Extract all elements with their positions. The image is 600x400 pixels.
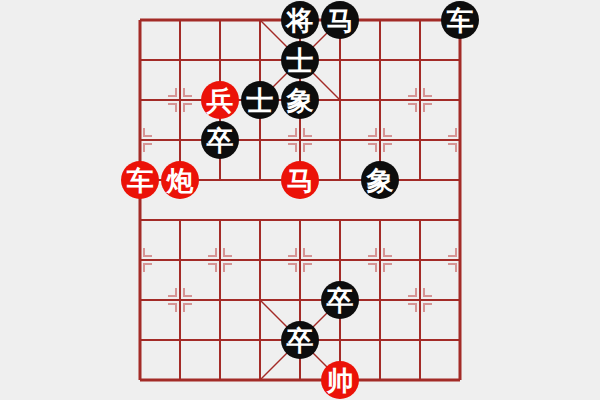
piece-black-elephant[interactable]: 象 <box>281 81 319 119</box>
black-soldier-glyph: 卒 <box>207 127 234 154</box>
black-soldier-glyph: 卒 <box>327 287 354 314</box>
piece-black-advisor[interactable]: 士 <box>241 81 279 119</box>
piece-red-cannon[interactable]: 炮 <box>161 161 199 199</box>
piece-red-soldier[interactable]: 兵 <box>201 81 239 119</box>
piece-black-soldier[interactable]: 卒 <box>281 321 319 359</box>
black-soldier-glyph: 卒 <box>287 327 314 354</box>
red-chariot-glyph: 车 <box>127 167 154 194</box>
piece-black-soldier[interactable]: 卒 <box>321 281 359 319</box>
xiangqi-app: 将马车士士象卒象卒卒兵车炮马帅 <box>0 0 600 400</box>
red-horse-glyph: 马 <box>287 167 314 194</box>
red-general-glyph: 帅 <box>327 367 354 394</box>
red-soldier-glyph: 兵 <box>207 87 234 114</box>
piece-black-elephant[interactable]: 象 <box>361 161 399 199</box>
black-chariot-glyph: 车 <box>447 7 474 34</box>
black-advisor-glyph: 士 <box>247 87 274 114</box>
black-advisor-glyph: 士 <box>287 47 314 74</box>
piece-black-general[interactable]: 将 <box>281 1 319 39</box>
piece-red-chariot[interactable]: 车 <box>121 161 159 199</box>
piece-red-horse[interactable]: 马 <box>281 161 319 199</box>
black-horse-glyph: 马 <box>327 7 354 34</box>
black-elephant-glyph: 象 <box>367 167 394 194</box>
piece-black-soldier[interactable]: 卒 <box>201 121 239 159</box>
red-cannon-glyph: 炮 <box>167 167 194 194</box>
pieces-layer: 将马车士士象卒象卒卒兵车炮马帅 <box>140 20 460 380</box>
xiangqi-board: 将马车士士象卒象卒卒兵车炮马帅 <box>140 20 460 380</box>
piece-black-chariot[interactable]: 车 <box>441 1 479 39</box>
black-general-glyph: 将 <box>287 7 314 34</box>
piece-red-general[interactable]: 帅 <box>321 361 359 399</box>
piece-black-horse[interactable]: 马 <box>321 1 359 39</box>
piece-black-advisor[interactable]: 士 <box>281 41 319 79</box>
black-elephant-glyph: 象 <box>287 87 314 114</box>
